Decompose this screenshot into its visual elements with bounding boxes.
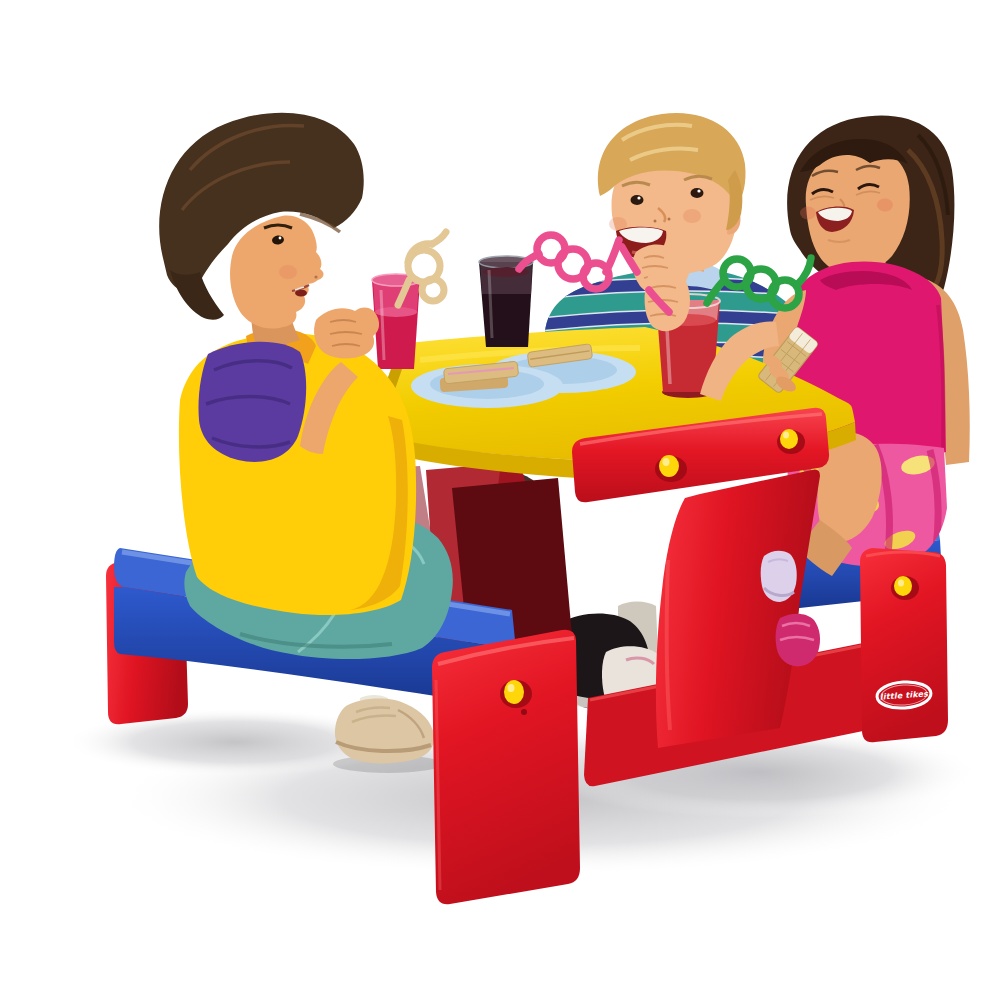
cream-loop-straw <box>398 232 446 305</box>
fastener-button <box>504 680 524 704</box>
picnic-table-scene: little tikes <box>0 0 1000 1000</box>
cup-magenta <box>372 274 420 369</box>
product-photo: little tikes <box>0 0 1000 1000</box>
fastener-button <box>780 429 798 449</box>
bench-support-logo-panel: little tikes <box>860 548 948 742</box>
front-foot-panel <box>432 630 580 905</box>
fastener-button <box>894 576 912 596</box>
left-boy-hand <box>314 308 379 359</box>
left-boy-sneaker <box>335 699 434 764</box>
cup-grape-juice <box>479 256 533 347</box>
fastener-button <box>659 455 679 477</box>
left-boy-head <box>159 113 364 329</box>
